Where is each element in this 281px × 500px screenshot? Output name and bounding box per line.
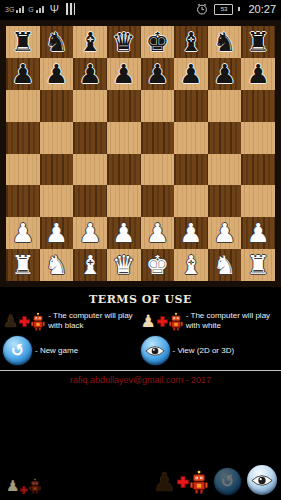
alarm-clock-icon xyxy=(196,3,208,15)
piece-white-pawn[interactable]: ♟ xyxy=(112,220,135,246)
signal-g-icon: G xyxy=(28,6,43,13)
square-g5[interactable] xyxy=(208,122,242,154)
square-g7[interactable]: ♟ xyxy=(208,58,242,90)
new-game-icon: ↺ xyxy=(3,336,32,365)
battery-icon: 53 xyxy=(214,4,233,15)
eye-glyph xyxy=(145,345,165,357)
robot-icon xyxy=(31,312,45,331)
piece-white-bishop[interactable]: ♝ xyxy=(78,252,101,278)
piece-white-pawn[interactable]: ♟ xyxy=(179,220,202,246)
help-new-game: ↺ - New game xyxy=(3,336,141,365)
square-d3[interactable] xyxy=(107,185,141,217)
square-h3[interactable] xyxy=(241,185,275,217)
square-c7[interactable]: ♟ xyxy=(73,58,107,90)
square-d7[interactable]: ♟ xyxy=(107,58,141,90)
square-c6[interactable] xyxy=(73,90,107,122)
piece-white-queen[interactable]: ♛ xyxy=(112,252,135,278)
piece-black-bishop[interactable]: ♝ xyxy=(78,29,101,55)
usb-icon: Ψ xyxy=(50,4,59,15)
square-h2[interactable]: ♟ xyxy=(241,217,275,249)
square-d1[interactable]: ♛ xyxy=(107,249,141,281)
square-e7[interactable]: ♟ xyxy=(141,58,175,90)
piece-white-rook[interactable]: ♜ xyxy=(247,252,270,278)
piece-black-knight[interactable]: ♞ xyxy=(213,29,236,55)
author-credit: rafiq.abdullayev@gmail.com - 2017 xyxy=(0,375,281,385)
bottom-toolbar: ♟ ♟ ↺ xyxy=(0,450,281,500)
square-b6[interactable] xyxy=(40,90,74,122)
square-c2[interactable]: ♟ xyxy=(73,217,107,249)
network-3g-label: 3G xyxy=(5,6,14,13)
square-c8[interactable]: ♝ xyxy=(73,26,107,58)
computer-plays-white-button[interactable]: ♟ xyxy=(6,478,41,494)
signal-3g-icon: 3G xyxy=(5,6,24,13)
empty-space xyxy=(0,385,281,450)
help-text-new-game: - New game xyxy=(35,346,78,356)
refresh-arrow-glyph: ↺ xyxy=(219,472,236,491)
square-e4[interactable] xyxy=(141,154,175,186)
black-pawn-plus-robot-icon: ♟ xyxy=(3,312,45,331)
square-b8[interactable]: ♞ xyxy=(40,26,74,58)
status-bar: 3G G Ψ 53 20:27 xyxy=(0,0,281,18)
square-c1[interactable]: ♝ xyxy=(73,249,107,281)
square-h1[interactable]: ♜ xyxy=(241,249,275,281)
square-c5[interactable] xyxy=(73,122,107,154)
square-g2[interactable]: ♟ xyxy=(208,217,242,249)
piece-black-pawn[interactable]: ♟ xyxy=(146,61,169,87)
square-a2[interactable]: ♟ xyxy=(6,217,40,249)
robot-icon xyxy=(29,478,41,494)
piece-white-pawn[interactable]: ♟ xyxy=(45,220,68,246)
sim-card-icon xyxy=(66,3,75,15)
plus-icon xyxy=(20,486,28,494)
square-f6[interactable] xyxy=(174,90,208,122)
square-d8[interactable]: ♛ xyxy=(107,26,141,58)
plus-icon xyxy=(19,316,30,327)
square-a6[interactable] xyxy=(6,90,40,122)
square-e5[interactable] xyxy=(141,122,175,154)
battery-percent: 53 xyxy=(221,6,228,12)
piece-white-king[interactable]: ♚ xyxy=(146,252,169,278)
piece-white-pawn[interactable]: ♟ xyxy=(146,220,169,246)
piece-black-bishop[interactable]: ♝ xyxy=(179,29,202,55)
square-f5[interactable] xyxy=(174,122,208,154)
help-row-1: ♟ - The computer will play with black ♟ … xyxy=(0,311,281,331)
square-d4[interactable] xyxy=(107,154,141,186)
square-h8[interactable]: ♜ xyxy=(241,26,275,58)
white-pawn-icon: ♟ xyxy=(141,313,156,330)
white-pawn-plus-robot-icon: ♟ xyxy=(141,312,183,331)
piece-white-knight[interactable]: ♞ xyxy=(213,252,236,278)
piece-black-pawn[interactable]: ♟ xyxy=(213,61,236,87)
square-d5[interactable] xyxy=(107,122,141,154)
square-c3[interactable] xyxy=(73,185,107,217)
square-a1[interactable]: ♜ xyxy=(6,249,40,281)
terms-of-use-title: TERMS OF USE xyxy=(0,293,281,306)
robot-icon xyxy=(190,470,208,494)
square-f2[interactable]: ♟ xyxy=(174,217,208,249)
square-e8[interactable]: ♚ xyxy=(141,26,175,58)
piece-black-pawn[interactable]: ♟ xyxy=(45,61,68,87)
chess-app-screen: { "game": "chess", "position": { "fen": … xyxy=(0,0,281,500)
help-row-2: ↺ - New game - View (2D or 3D) xyxy=(0,336,281,365)
square-a7[interactable]: ♟ xyxy=(6,58,40,90)
black-pawn-icon: ♟ xyxy=(3,313,18,330)
chess-board-grid[interactable]: ♜♞♝♛♚♝♞♜♟♟♟♟♟♟♟♟♟♟♟♟♟♟♟♟♜♞♝♛♚♝♞♜ xyxy=(6,26,275,281)
piece-black-queen[interactable]: ♛ xyxy=(112,29,135,55)
square-d2[interactable]: ♟ xyxy=(107,217,141,249)
chess-board[interactable]: ♜♞♝♛♚♝♞♜♟♟♟♟♟♟♟♟♟♟♟♟♟♟♟♟♜♞♝♛♚♝♞♜ xyxy=(0,20,281,287)
robot-icon xyxy=(169,312,183,331)
network-g-label: G xyxy=(28,6,33,13)
piece-white-pawn[interactable]: ♟ xyxy=(78,220,101,246)
piece-black-king[interactable]: ♚ xyxy=(146,29,169,55)
square-e1[interactable]: ♚ xyxy=(141,249,175,281)
square-f1[interactable]: ♝ xyxy=(174,249,208,281)
piece-black-knight[interactable]: ♞ xyxy=(45,29,68,55)
eye-icon xyxy=(141,336,170,365)
piece-black-pawn[interactable]: ♟ xyxy=(78,61,101,87)
square-a4[interactable] xyxy=(6,154,40,186)
square-b1[interactable]: ♞ xyxy=(40,249,74,281)
white-pawn-icon: ♟ xyxy=(6,479,19,494)
divider-line xyxy=(0,370,281,371)
piece-white-pawn[interactable]: ♟ xyxy=(213,220,236,246)
eye-glyph xyxy=(251,474,273,487)
help-text-play-black: - The computer will play with black xyxy=(48,311,140,331)
plus-icon xyxy=(157,316,168,327)
square-b3[interactable] xyxy=(40,185,74,217)
piece-white-pawn[interactable]: ♟ xyxy=(247,220,270,246)
square-h5[interactable] xyxy=(241,122,275,154)
piece-white-pawn[interactable]: ♟ xyxy=(11,220,34,246)
view-toggle-button[interactable] xyxy=(247,465,277,495)
square-g8[interactable]: ♞ xyxy=(208,26,242,58)
square-a5[interactable] xyxy=(6,122,40,154)
square-f4[interactable] xyxy=(174,154,208,186)
piece-black-pawn[interactable]: ♟ xyxy=(11,61,34,87)
piece-white-bishop[interactable]: ♝ xyxy=(179,252,202,278)
piece-white-knight[interactable]: ♞ xyxy=(45,252,68,278)
square-g6[interactable] xyxy=(208,90,242,122)
square-e6[interactable] xyxy=(141,90,175,122)
black-pawn-icon: ♟ xyxy=(153,469,176,495)
piece-black-rook[interactable]: ♜ xyxy=(247,29,270,55)
square-e2[interactable]: ♟ xyxy=(141,217,175,249)
square-a3[interactable] xyxy=(6,185,40,217)
piece-black-pawn[interactable]: ♟ xyxy=(179,61,202,87)
square-c4[interactable] xyxy=(73,154,107,186)
square-b7[interactable]: ♟ xyxy=(40,58,74,90)
square-g4[interactable] xyxy=(208,154,242,186)
square-b4[interactable] xyxy=(40,154,74,186)
help-view-mode: - View (2D or 3D) xyxy=(141,336,279,365)
square-h6[interactable] xyxy=(241,90,275,122)
computer-plays-black-button[interactable]: ♟ xyxy=(153,469,208,495)
status-time: 20:27 xyxy=(248,3,276,15)
piece-white-rook[interactable]: ♜ xyxy=(11,252,34,278)
square-e3[interactable] xyxy=(141,185,175,217)
square-h7[interactable]: ♟ xyxy=(241,58,275,90)
square-d6[interactable] xyxy=(107,90,141,122)
battery-nub xyxy=(238,7,240,11)
refresh-arrow-glyph: ↺ xyxy=(9,341,26,360)
help-computer-plays-white: ♟ - The computer will play with white xyxy=(141,311,279,331)
square-b5[interactable] xyxy=(40,122,74,154)
help-computer-plays-black: ♟ - The computer will play with black xyxy=(3,311,141,331)
piece-black-pawn[interactable]: ♟ xyxy=(247,61,270,87)
square-f7[interactable]: ♟ xyxy=(174,58,208,90)
square-g3[interactable] xyxy=(208,185,242,217)
piece-black-pawn[interactable]: ♟ xyxy=(112,61,135,87)
square-a8[interactable]: ♜ xyxy=(6,26,40,58)
square-f3[interactable] xyxy=(174,185,208,217)
piece-black-rook[interactable]: ♜ xyxy=(11,29,34,55)
square-b2[interactable]: ♟ xyxy=(40,217,74,249)
new-game-button[interactable]: ↺ xyxy=(214,468,241,495)
help-text-play-white: - The computer will play with white xyxy=(186,311,278,331)
square-f8[interactable]: ♝ xyxy=(174,26,208,58)
help-text-view: - View (2D or 3D) xyxy=(173,346,235,356)
square-h4[interactable] xyxy=(241,154,275,186)
square-g1[interactable]: ♞ xyxy=(208,249,242,281)
plus-icon xyxy=(177,476,189,488)
